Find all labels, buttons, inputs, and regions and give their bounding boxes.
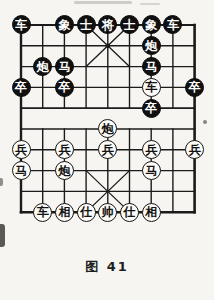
red-advisor-right: 仕 bbox=[120, 203, 139, 222]
red-soldier-b: 兵 bbox=[55, 140, 74, 159]
red-soldier-c: 兵 bbox=[98, 140, 117, 159]
board-intersection: 兵 bbox=[140, 139, 162, 160]
board-intersection: 卒 bbox=[54, 77, 76, 98]
figure-caption: 图 41 bbox=[0, 258, 214, 276]
board-intersection: 士 bbox=[119, 15, 141, 36]
board-intersection: 卒 bbox=[10, 77, 32, 98]
board-intersection: 帅 bbox=[97, 202, 119, 223]
board-intersection: 马 bbox=[10, 160, 32, 181]
red-advisor-left: 仕 bbox=[77, 203, 96, 222]
red-chariot-advanced: 车 bbox=[142, 78, 161, 97]
red-horse-right: 马 bbox=[142, 161, 161, 180]
black-advisor-right: 士 bbox=[120, 15, 139, 34]
red-soldier-a: 兵 bbox=[12, 140, 31, 159]
figure-41: 车象士将士象车炮炮马马卒卒卒卒车炮兵兵兵兵兵马炮马车相仕帅仕相 图 41 bbox=[0, 0, 214, 300]
board-intersection: 车 bbox=[162, 15, 184, 36]
board-intersection: 仕 bbox=[119, 202, 141, 223]
board-intersection: 车 bbox=[10, 15, 32, 36]
board-intersection: 士 bbox=[75, 15, 97, 36]
board-intersection: 车 bbox=[140, 77, 162, 98]
board-intersection: 象 bbox=[140, 15, 162, 36]
red-horse-left: 马 bbox=[12, 161, 31, 180]
black-horse-right: 马 bbox=[142, 57, 161, 76]
black-elephant-right: 象 bbox=[142, 15, 161, 34]
board-intersection: 兵 bbox=[184, 139, 206, 160]
red-elephant-right: 相 bbox=[142, 203, 161, 222]
black-general: 将 bbox=[98, 15, 117, 34]
board-intersection: 相 bbox=[140, 202, 162, 223]
black-soldier-b: 卒 bbox=[55, 78, 74, 97]
board-intersection: 马 bbox=[140, 160, 162, 181]
black-soldier-a: 卒 bbox=[12, 78, 31, 97]
black-chariot-right: 车 bbox=[163, 15, 182, 34]
board-intersection: 马 bbox=[140, 56, 162, 77]
board-intersection: 兵 bbox=[97, 139, 119, 160]
red-cannon-left: 炮 bbox=[55, 161, 74, 180]
board-intersection: 炮 bbox=[97, 119, 119, 140]
black-cannon-left: 炮 bbox=[33, 57, 52, 76]
red-king: 帅 bbox=[98, 203, 117, 222]
board-intersection: 相 bbox=[54, 202, 76, 223]
board-intersection: 炮 bbox=[54, 160, 76, 181]
black-cannon-right: 炮 bbox=[142, 36, 161, 55]
board-intersection: 象 bbox=[54, 15, 76, 36]
board-intersection: 马 bbox=[54, 56, 76, 77]
black-soldier-e: 卒 bbox=[185, 78, 204, 97]
board-grid: 车象士将士象车炮炮马马卒卒卒卒车炮兵兵兵兵兵马炮马车相仕帅仕相 bbox=[10, 15, 205, 223]
board-intersection: 仕 bbox=[75, 202, 97, 223]
black-advisor-left: 士 bbox=[77, 15, 96, 34]
board-intersection: 卒 bbox=[140, 98, 162, 119]
black-elephant-left: 象 bbox=[55, 15, 74, 34]
board-intersection: 炮 bbox=[140, 35, 162, 56]
board-intersection: 炮 bbox=[32, 56, 54, 77]
red-chariot-home: 车 bbox=[33, 203, 52, 222]
board-intersection: 卒 bbox=[184, 77, 206, 98]
board-intersection: 车 bbox=[32, 202, 54, 223]
red-cannon-center: 炮 bbox=[98, 119, 117, 138]
board-intersection: 兵 bbox=[54, 139, 76, 160]
board-intersection: 兵 bbox=[10, 139, 32, 160]
red-elephant-left: 相 bbox=[55, 203, 74, 222]
black-soldier-d: 卒 bbox=[142, 99, 161, 118]
board-intersection: 将 bbox=[97, 15, 119, 36]
red-soldier-d: 兵 bbox=[142, 140, 161, 159]
black-horse-left: 马 bbox=[55, 57, 74, 76]
black-chariot-left: 车 bbox=[12, 15, 31, 34]
red-soldier-e: 兵 bbox=[185, 140, 204, 159]
